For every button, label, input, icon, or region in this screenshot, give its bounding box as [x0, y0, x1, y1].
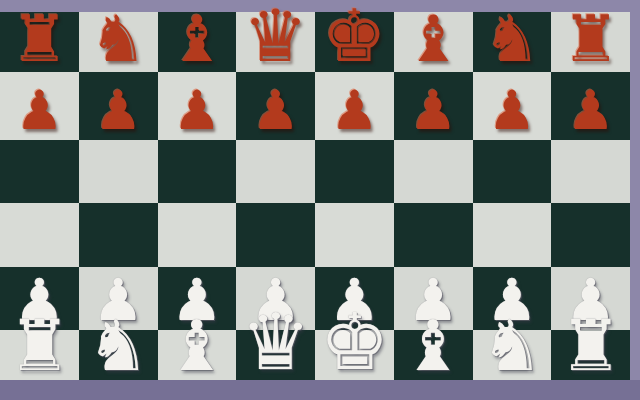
square-r3c3[interactable]	[236, 203, 315, 267]
square-r1c2[interactable]: ♟	[158, 72, 237, 140]
white-king[interactable]: ♚	[319, 305, 389, 379]
red-knight[interactable]: ♞	[89, 9, 146, 70]
square-r1c0[interactable]: ♟	[0, 72, 79, 140]
chess-app: ♜♞♝♛♚♝♞♜♟♟♟♟♟♟♟♟♟♟♟♟♟♟♟♟♜♞♝♛♚♝♞♜	[0, 0, 640, 400]
square-r5c4[interactable]: ♚	[315, 330, 394, 380]
chess-board: ♜♞♝♛♚♝♞♜♟♟♟♟♟♟♟♟♟♟♟♟♟♟♟♟♜♞♝♛♚♝♞♜	[0, 12, 630, 380]
red-pawn[interactable]: ♟	[94, 85, 142, 136]
square-r0c2[interactable]: ♝	[158, 12, 237, 72]
square-r5c2[interactable]: ♝	[158, 330, 237, 380]
white-bishop[interactable]: ♝	[402, 313, 465, 380]
square-r5c3[interactable]: ♛	[236, 330, 315, 380]
square-r2c5[interactable]	[394, 140, 473, 203]
square-r2c4[interactable]	[315, 140, 394, 203]
square-r0c7[interactable]: ♜	[551, 12, 630, 72]
red-rook[interactable]: ♜	[11, 9, 68, 70]
square-r3c7[interactable]	[551, 203, 630, 267]
square-r1c6[interactable]: ♟	[473, 72, 552, 140]
white-knight[interactable]: ♞	[87, 313, 150, 380]
square-r3c2[interactable]	[158, 203, 237, 267]
square-r1c3[interactable]: ♟	[236, 72, 315, 140]
square-r1c4[interactable]: ♟	[315, 72, 394, 140]
square-r3c0[interactable]	[0, 203, 79, 267]
square-r3c4[interactable]	[315, 203, 394, 267]
red-bishop[interactable]: ♝	[168, 9, 225, 70]
white-rook[interactable]: ♜	[559, 313, 622, 380]
square-r5c7[interactable]: ♜	[551, 330, 630, 380]
square-r2c1[interactable]	[79, 140, 158, 203]
red-queen[interactable]: ♛	[243, 2, 308, 70]
square-r2c6[interactable]	[473, 140, 552, 203]
red-pawn[interactable]: ♟	[566, 85, 614, 136]
square-r5c1[interactable]: ♞	[79, 330, 158, 380]
square-r3c5[interactable]	[394, 203, 473, 267]
square-r0c1[interactable]: ♞	[79, 12, 158, 72]
red-king[interactable]: ♚	[322, 2, 387, 70]
square-r1c7[interactable]: ♟	[551, 72, 630, 140]
square-r0c0[interactable]: ♜	[0, 12, 79, 72]
square-r0c5[interactable]: ♝	[394, 12, 473, 72]
square-r0c4[interactable]: ♚	[315, 12, 394, 72]
square-r2c3[interactable]	[236, 140, 315, 203]
square-r2c7[interactable]	[551, 140, 630, 203]
square-r0c6[interactable]: ♞	[473, 12, 552, 72]
red-pawn[interactable]: ♟	[330, 85, 378, 136]
square-r5c5[interactable]: ♝	[394, 330, 473, 380]
red-pawn[interactable]: ♟	[15, 85, 63, 136]
white-queen[interactable]: ♛	[241, 305, 311, 379]
square-r0c3[interactable]: ♛	[236, 12, 315, 72]
red-knight[interactable]: ♞	[483, 9, 540, 70]
square-r3c6[interactable]	[473, 203, 552, 267]
square-r5c0[interactable]: ♜	[0, 330, 79, 380]
red-rook[interactable]: ♜	[562, 9, 619, 70]
white-rook[interactable]: ♜	[8, 313, 71, 380]
square-r2c2[interactable]	[158, 140, 237, 203]
square-r3c1[interactable]	[79, 203, 158, 267]
red-pawn[interactable]: ♟	[251, 85, 299, 136]
square-r1c5[interactable]: ♟	[394, 72, 473, 140]
red-bishop[interactable]: ♝	[404, 9, 461, 70]
white-bishop[interactable]: ♝	[165, 313, 228, 380]
square-r5c6[interactable]: ♞	[473, 330, 552, 380]
square-r2c0[interactable]	[0, 140, 79, 203]
square-r1c1[interactable]: ♟	[79, 72, 158, 140]
white-knight[interactable]: ♞	[480, 313, 543, 380]
red-pawn[interactable]: ♟	[173, 85, 221, 136]
red-pawn[interactable]: ♟	[488, 85, 536, 136]
red-pawn[interactable]: ♟	[409, 85, 457, 136]
